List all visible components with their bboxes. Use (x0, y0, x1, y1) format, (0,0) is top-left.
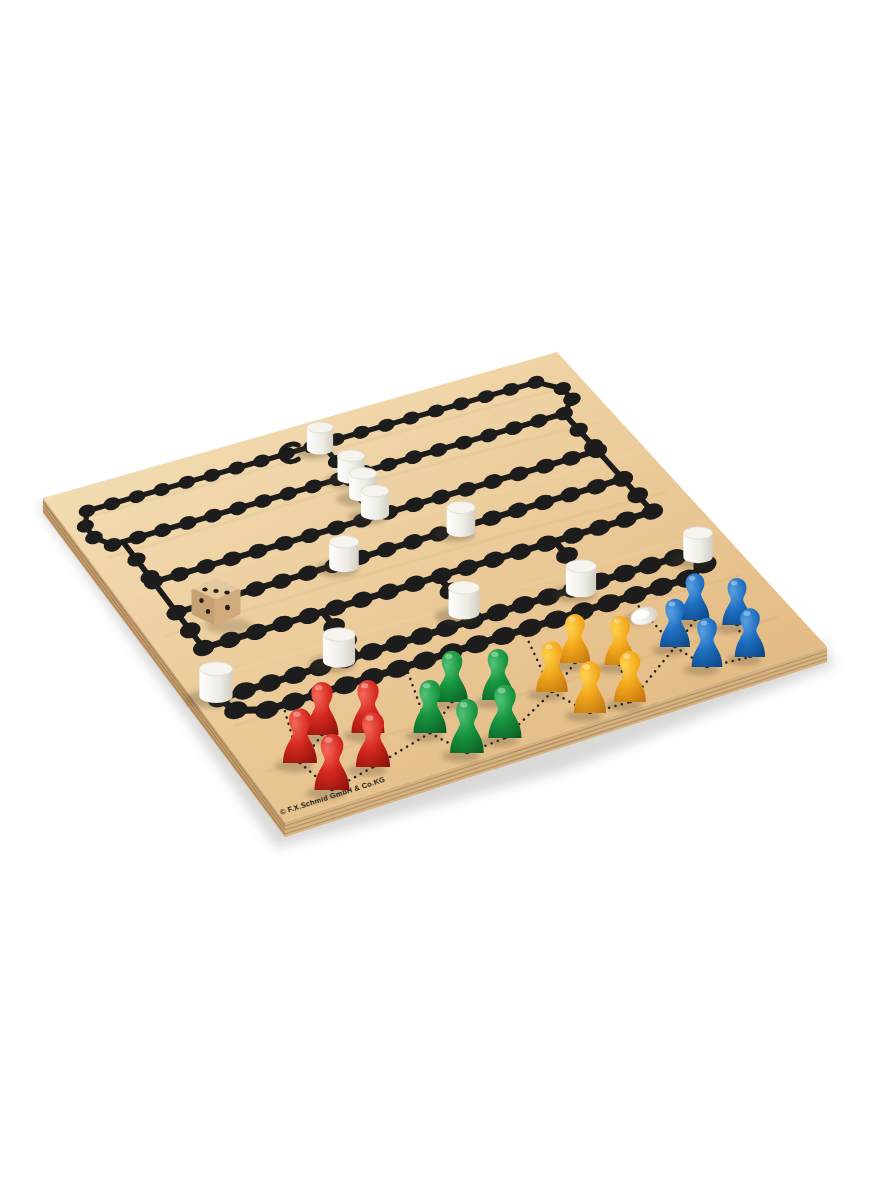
board-photo: © F.X.Schmid GmbH & Co.KG (0, 0, 880, 1200)
